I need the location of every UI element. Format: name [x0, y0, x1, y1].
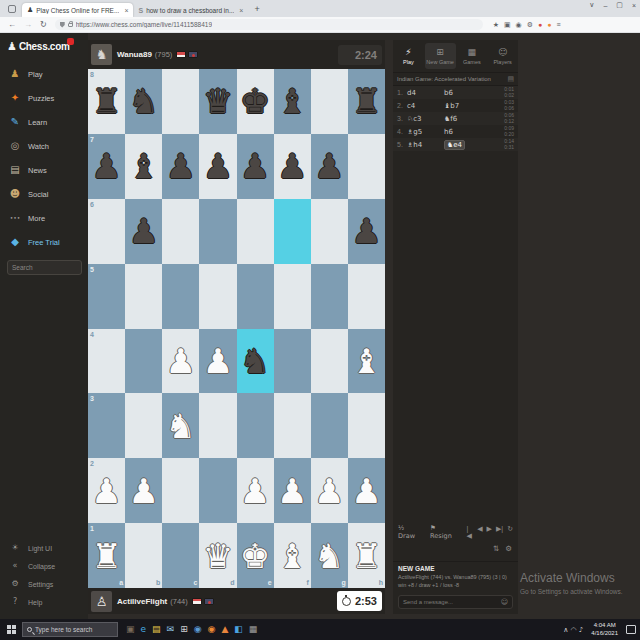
new-game-odds: win +8 / draw +1 / loss -8	[398, 582, 513, 588]
panel-tab-play[interactable]: ⚡Play	[393, 40, 424, 72]
square-b1[interactable]: b	[125, 523, 162, 588]
photos-icon[interactable]: ▣	[126, 625, 135, 634]
membership-flag-icon	[204, 598, 214, 605]
menu-icon[interactable]: ≡	[556, 21, 560, 28]
opponent-avatar[interactable]: ♞	[91, 44, 112, 65]
sidebar-item-label: Watch	[28, 142, 49, 151]
go-end-icon[interactable]: ▶|	[496, 525, 503, 540]
black-move[interactable]: ♞e4	[444, 140, 481, 150]
play-tab-icon: ⚡	[405, 48, 411, 57]
sidebar-footer-label: Settings	[28, 581, 53, 588]
address-bar[interactable]: https://www.chess.com/game/live/11411588…	[55, 19, 483, 30]
sync-icon[interactable]: ⚙	[527, 21, 533, 28]
square-g7[interactable]: ♟	[311, 134, 348, 199]
square-c1[interactable]: c	[162, 523, 199, 588]
chess-board[interactable]: 8♜♞♛♚♝♜7♟♝♟♟♟♟♟6♟♟54♟♟♞♝3♞2♟♟♟♟♟♟1a♜bcd♛…	[88, 69, 385, 588]
white-bishop-h4[interactable]: ♝	[351, 344, 381, 378]
tab-title: how to draw a chessboard in...	[146, 7, 234, 14]
chesscom-logo[interactable]: ♟ Chess.com	[0, 33, 88, 62]
country-flag-icon	[192, 598, 202, 605]
square-c3[interactable]: ♞	[162, 393, 199, 458]
square-g2[interactable]: ♟	[311, 458, 348, 523]
square-h7[interactable]	[348, 134, 385, 199]
move-times: 0:010:02	[504, 87, 514, 98]
go-forward-icon[interactable]: ▶	[487, 525, 492, 540]
square-e7[interactable]: ♟	[237, 134, 274, 199]
tab2-favicon: S	[138, 7, 143, 14]
sidebar-item-learn[interactable]: ✎Learn	[0, 110, 88, 134]
black-bishop-b7[interactable]: ♝	[128, 149, 158, 183]
square-f8[interactable]: ♝	[274, 69, 311, 134]
browser-tabstrip: ♟ Play Chess Online for FRE... × S how t…	[0, 0, 640, 17]
social-icon: ☻	[9, 189, 21, 199]
black-rook-a8[interactable]: ♜	[91, 84, 121, 118]
sidebar-item-play[interactable]: ♟Play	[0, 62, 88, 86]
black-rook-h8[interactable]: ♜	[351, 84, 381, 118]
white-pawn-g2[interactable]: ♟	[314, 474, 344, 508]
windows-logo-icon	[7, 625, 16, 634]
move-row: 2.c4♝b70:030:06	[393, 99, 518, 112]
lock-icon[interactable]	[68, 23, 73, 27]
square-d2[interactable]	[199, 458, 236, 523]
code-icon[interactable]: ◧	[234, 625, 243, 634]
draw-button[interactable]: ½ Draw	[398, 524, 423, 540]
system-tray: ∧ ◠ ♪ 4:04 AM 4/16/2021	[563, 622, 640, 636]
sidebar-item-news[interactable]: ▤News	[0, 158, 88, 182]
sidebar-item-more[interactable]: •••More	[0, 206, 88, 230]
go-start-icon[interactable]: |◀	[466, 525, 473, 540]
file-label: e	[268, 579, 272, 586]
black-move[interactable]: b6	[444, 89, 481, 97]
square-e5[interactable]	[237, 264, 274, 329]
sidebar-item-label: News	[28, 166, 47, 175]
notification-badge	[67, 38, 74, 45]
minimize-icon[interactable]: –	[603, 2, 607, 9]
square-g1[interactable]: g♞	[311, 523, 348, 588]
square-g8[interactable]	[311, 69, 348, 134]
panel-tab-label: Play	[403, 59, 414, 65]
white-move[interactable]: ♘c3	[407, 115, 444, 123]
search-icon	[27, 627, 32, 632]
puzzles-icon: ✦	[9, 93, 21, 103]
square-f4[interactable]	[274, 329, 311, 394]
action-center-icon[interactable]	[626, 625, 636, 634]
screen: ♟ Play Chess Online for FRE... × S how t…	[0, 0, 640, 640]
sidebar-item-label: Play	[28, 70, 43, 79]
play-icon: ♟	[9, 69, 21, 79]
rank-label: 1	[90, 525, 94, 532]
move-row: 1.d4b60:010:02	[393, 86, 518, 99]
new-tab-button[interactable]: +	[254, 4, 259, 14]
file-label: c	[193, 579, 197, 586]
square-f3[interactable]	[274, 393, 311, 458]
rank-label: 2	[90, 460, 94, 467]
sidebar-search-input[interactable]: Search	[7, 260, 82, 275]
maximize-icon[interactable]: ▢	[616, 1, 623, 9]
terminal-icon[interactable]: ▦	[249, 625, 258, 634]
tab-overview-icon[interactable]	[8, 5, 16, 13]
black-pawn-b6[interactable]: ♟	[128, 214, 158, 248]
square-g6[interactable]	[311, 199, 348, 264]
square-c2[interactable]	[162, 458, 199, 523]
black-knight-b8[interactable]: ♞	[128, 84, 158, 118]
white-knight-c3[interactable]: ♞	[166, 409, 196, 443]
settings-icon[interactable]: ⚙	[505, 544, 512, 553]
panel-tabs: ⚡Play⊞New Game▦Games☺Players	[393, 40, 518, 73]
rank-label: 6	[90, 201, 94, 208]
move-times: 0:140:31	[504, 139, 514, 150]
square-a3[interactable]: 3	[88, 393, 125, 458]
player-name[interactable]: ActiliveFlight	[117, 597, 167, 606]
taskbar-date: 4/16/2021	[591, 630, 618, 637]
game-controls: ½ Draw ⚑ Resign |◀◀▶▶|↻	[393, 524, 518, 540]
move-number: 5.	[397, 141, 407, 148]
square-h3[interactable]	[348, 393, 385, 458]
black-move[interactable]: ♞f6	[444, 115, 481, 123]
panel-tab-label: New Game	[426, 59, 454, 65]
square-b6[interactable]: ♟	[125, 199, 162, 264]
tab-title: Play Chess Online for FRE...	[36, 7, 119, 14]
rank-label: 3	[90, 395, 94, 402]
white-pawn-b2[interactable]: ♟	[128, 474, 158, 508]
opening-name: Indian Game: Accelerated Variation	[397, 76, 491, 82]
extension-orange-icon[interactable]: ●	[547, 21, 551, 28]
black-move[interactable]: h6	[444, 128, 481, 136]
square-d8[interactable]: ♛	[199, 69, 236, 134]
opponent-flags	[176, 51, 198, 58]
move-row: 3.♘c3♞f60:060:12	[393, 112, 518, 125]
square-a6[interactable]: 6	[88, 199, 125, 264]
panel-bottom: ½ Draw ⚑ Resign |◀◀▶▶|↻ ⇅ ⚙ NEW GAME Act…	[393, 524, 518, 614]
new-game-tab-icon: ⊞	[436, 48, 444, 57]
square-a4[interactable]: 4	[88, 329, 125, 394]
taskbar: Type here to search ▣e▤✉⊞◉◉▲◧▦ ∧ ◠ ♪ 4:0…	[0, 619, 640, 640]
players-tab-icon: ☺	[498, 48, 507, 57]
sidebar-item-label: Learn	[28, 118, 47, 127]
black-move[interactable]: ♝b7	[444, 102, 481, 110]
opponent-clock: 2:24	[338, 45, 382, 65]
panel-tab-players[interactable]: ☺Players	[487, 40, 518, 72]
white-pawn-a2[interactable]: ♟	[91, 474, 121, 508]
chat-input[interactable]: Send a message... ☺	[398, 595, 513, 609]
chess-favicon-pawn-icon: ♟	[27, 7, 33, 14]
sidebar-footer-collapse[interactable]: «Collapse	[0, 557, 88, 575]
forward-icon[interactable]: →	[24, 20, 32, 29]
rank-label: 4	[90, 331, 94, 338]
square-a7[interactable]: 7♟	[88, 134, 125, 199]
opponent-rating: (795)	[155, 50, 173, 59]
black-pawn-h6[interactable]: ♟	[351, 214, 381, 248]
player-clock-time: 2:53	[355, 595, 377, 607]
panel-tab-new-game[interactable]: ⊞New Game	[425, 43, 456, 69]
black-pawn-a7[interactable]: ♟	[91, 149, 121, 183]
sidebar-footer-settings[interactable]: ⚙Settings	[0, 575, 88, 593]
settings-icon: ⚙	[9, 580, 21, 588]
tab-close-icon[interactable]: ×	[239, 7, 243, 14]
black-pawn-c7[interactable]: ♟	[166, 149, 196, 183]
square-f1[interactable]: f♝	[274, 523, 311, 588]
black-pawn-g7[interactable]: ♟	[314, 149, 344, 183]
back-icon[interactable]: ←	[8, 20, 16, 29]
file-label: f	[306, 579, 308, 586]
square-c7[interactable]: ♟	[162, 134, 199, 199]
sidebar-footer-light-ui[interactable]: ☀Light UI	[0, 539, 88, 557]
black-queen-d8[interactable]: ♛	[203, 84, 233, 118]
reload-icon[interactable]: ↻	[40, 20, 47, 29]
white-pawn-d4[interactable]: ♟	[203, 344, 233, 378]
sidebar-nav: ♟Play✦Puzzles✎Learn◎Watch▤News☻Social•••…	[0, 62, 88, 254]
watermark-line1: Activate Windows	[520, 571, 636, 585]
square-e1[interactable]: e♚	[237, 523, 274, 588]
taskbar-app-icons: ▣e▤✉⊞◉◉▲◧▦	[126, 625, 257, 634]
sidebar-footer-help[interactable]: ?Help	[0, 593, 88, 611]
square-h8[interactable]: ♜	[348, 69, 385, 134]
black-bishop-f8[interactable]: ♝	[277, 84, 307, 118]
file-label: h	[379, 579, 383, 586]
square-c4[interactable]: ♟	[162, 329, 199, 394]
player-avatar[interactable]: ♙	[91, 591, 112, 612]
square-b4[interactable]	[125, 329, 162, 394]
taskbar-search-input[interactable]: Type here to search	[22, 622, 118, 637]
move-row: 4.♗g5h60:090:20	[393, 125, 518, 138]
learn-icon: ✎	[9, 117, 21, 127]
square-h2[interactable]: ♟	[348, 458, 385, 523]
move-row: 5.♗h4♞e40:140:31	[393, 138, 518, 151]
collapse-icon: «	[9, 562, 21, 570]
square-a2[interactable]: 2♟	[88, 458, 125, 523]
white-pawn-f2[interactable]: ♟	[277, 474, 307, 508]
file-label: g	[342, 579, 346, 586]
profile-icon[interactable]: ◉	[516, 21, 522, 28]
window-controls: ∨ – ▢ ×	[589, 1, 636, 9]
move-number: 3.	[397, 115, 407, 122]
new-game-summary: NEW GAME ActiliveFlight (744) vs. Wanua8…	[393, 561, 518, 591]
rematch-icon[interactable]: ↻	[507, 525, 513, 540]
white-queen-d1[interactable]: ♛	[203, 539, 233, 573]
file-label: d	[230, 579, 234, 586]
square-h5[interactable]	[348, 264, 385, 329]
sidebar-item-label: Puzzles	[28, 94, 54, 103]
chat-placeholder: Send a message...	[403, 599, 453, 605]
sidebar-footer-label: Collapse	[28, 563, 55, 570]
square-d7[interactable]: ♟	[199, 134, 236, 199]
panel-tab-games[interactable]: ▦Games	[457, 40, 488, 72]
mail-icon[interactable]: ✉	[167, 625, 175, 634]
square-e6[interactable]	[237, 199, 274, 264]
tab-search[interactable]: S how to draw a chessboard in... ×	[133, 3, 248, 17]
square-c6[interactable]	[162, 199, 199, 264]
square-d5[interactable]	[199, 264, 236, 329]
square-h4[interactable]: ♝	[348, 329, 385, 394]
opponent-clock-time: 2:24	[355, 49, 377, 61]
square-a1[interactable]: 1a♜	[88, 523, 125, 588]
square-g3[interactable]	[311, 393, 348, 458]
move-times: 0:030:06	[504, 100, 514, 111]
move-number: 2.	[397, 102, 407, 109]
sidebar-item-label: Social	[28, 190, 48, 199]
white-pawn-e2[interactable]: ♟	[240, 474, 270, 508]
black-pawn-f7[interactable]: ♟	[277, 149, 307, 183]
rank-label: 5	[90, 266, 94, 273]
go-back-icon[interactable]: ◀	[477, 525, 482, 540]
square-f7[interactable]: ♟	[274, 134, 311, 199]
player-clock: 2:53	[337, 591, 382, 611]
square-g4[interactable]	[311, 329, 348, 394]
bottom-player-bar: ♙ ActiliveFlight (744) 2:53	[88, 588, 385, 614]
rank-label: 7	[90, 136, 94, 143]
square-h1[interactable]: h♜	[348, 523, 385, 588]
move-number: 4.	[397, 128, 407, 135]
free-trial-icon: ◆	[9, 237, 21, 247]
square-f2[interactable]: ♟	[274, 458, 311, 523]
chrome-icon[interactable]: ◉	[194, 625, 202, 634]
sidebar-item-free-trial[interactable]: ◆Free Trial	[0, 230, 88, 254]
sidebar-footer-label: Help	[28, 599, 42, 606]
game-panel: ⚡Play⊞New Game▦Games☺Players Indian Game…	[393, 40, 518, 614]
black-knight-e4[interactable]: ♞	[240, 344, 270, 378]
tab-close-icon[interactable]: ×	[124, 7, 128, 14]
square-f5[interactable]	[274, 264, 311, 329]
activate-windows-watermark: Activate Windows Go to Settings to activ…	[520, 571, 636, 595]
extensions-icon[interactable]: ▣	[504, 21, 511, 28]
sidebar: ♟ Chess.com ♟Play✦Puzzles✎Learn◎Watch▤Ne…	[0, 33, 88, 619]
move-times: 0:060:12	[504, 113, 514, 124]
square-e4[interactable]: ♞	[237, 329, 274, 394]
shield-icon[interactable]	[60, 22, 65, 28]
new-game-heading: NEW GAME	[398, 565, 513, 572]
sidebar-item-social[interactable]: ☻Social	[0, 182, 88, 206]
white-move[interactable]: ♗g5	[407, 128, 444, 136]
vlc-icon[interactable]: ▲	[221, 625, 228, 634]
tray-icons[interactable]: ∧ ◠ ♪	[563, 626, 583, 634]
top-player-bar: ♞ Wanua89 (795) 2:24	[88, 40, 385, 69]
square-b2[interactable]: ♟	[125, 458, 162, 523]
square-d3[interactable]	[199, 393, 236, 458]
square-g5[interactable]	[311, 264, 348, 329]
square-c8[interactable]	[162, 69, 199, 134]
move-times: 0:090:20	[504, 126, 514, 137]
sidebar-item-label: More	[28, 214, 45, 223]
square-c5[interactable]	[162, 264, 199, 329]
square-e2[interactable]: ♟	[237, 458, 274, 523]
toolbar-icons: ★▣◉⚙●●≡	[493, 21, 561, 28]
move-nav-buttons: |◀◀▶▶|↻	[466, 525, 513, 540]
tab-menu-icon[interactable]: ∨	[589, 1, 594, 9]
rank-label: 8	[90, 71, 94, 78]
white-knight-g1[interactable]: ♞	[314, 539, 344, 573]
square-e3[interactable]	[237, 393, 274, 458]
country-flag-icon	[176, 51, 186, 58]
new-game-matchup: ActiliveFlight (744) vs. Wanua89 (795) (…	[398, 574, 513, 580]
square-f6[interactable]	[274, 199, 311, 264]
panel-subicons: ⇅ ⚙	[393, 540, 518, 561]
white-move[interactable]: c4	[407, 102, 444, 110]
black-king-e8[interactable]: ♚	[240, 84, 270, 118]
taskbar-search-placeholder: Type here to search	[35, 626, 92, 633]
white-move[interactable]: d4	[407, 89, 444, 97]
move-number: 1.	[397, 89, 407, 96]
news-icon: ▤	[9, 165, 21, 175]
logo-text: Chess.com	[19, 41, 70, 52]
flip-board-icon[interactable]: ⇅	[493, 544, 499, 553]
browser-toolbar: ← → ↻ https://www.chess.com/game/live/11…	[0, 17, 640, 33]
chesscom-page: ♟ Chess.com ♟Play✦Puzzles✎Learn◎Watch▤Ne…	[0, 33, 640, 619]
white-move[interactable]: ♗h4	[407, 141, 444, 149]
bookmark-icon[interactable]: ★	[493, 21, 499, 28]
games-tab-icon: ▦	[468, 48, 477, 57]
edge-icon[interactable]: e	[141, 625, 147, 634]
black-pawn-e7[interactable]: ♟	[240, 149, 270, 183]
resign-button[interactable]: ⚑ Resign	[430, 524, 459, 540]
help-icon: ?	[9, 598, 21, 606]
white-rook-h1[interactable]: ♜	[351, 539, 381, 573]
start-button[interactable]	[0, 619, 22, 640]
white-bishop-f1[interactable]: ♝	[277, 539, 307, 573]
file-label: b	[156, 579, 160, 586]
square-b8[interactable]: ♞	[125, 69, 162, 134]
more-icon: •••	[9, 215, 21, 221]
square-d1[interactable]: d♛	[199, 523, 236, 588]
square-b7[interactable]: ♝	[125, 134, 162, 199]
url-text: https://www.chess.com/game/live/11411588…	[76, 21, 212, 28]
square-b5[interactable]	[125, 264, 162, 329]
sidebar-item-label: Free Trial	[28, 238, 60, 247]
sidebar-item-watch[interactable]: ◎Watch	[0, 134, 88, 158]
sidebar-footer: ☀Light UI«Collapse⚙Settings?Help	[0, 539, 88, 619]
panel-tab-label: Players	[493, 59, 511, 65]
player-flags	[192, 598, 214, 605]
membership-flag-icon	[188, 51, 198, 58]
square-d6[interactable]	[199, 199, 236, 264]
square-e8[interactable]: ♚	[237, 69, 274, 134]
square-b3[interactable]	[125, 393, 162, 458]
stopwatch-icon	[342, 597, 351, 606]
move-list: 1.d4b60:010:022.c4♝b70:030:063.♘c3♞f60:0…	[393, 86, 518, 151]
close-icon[interactable]: ×	[632, 2, 636, 9]
taskbar-clock[interactable]: 4:04 AM 4/16/2021	[591, 622, 618, 636]
extension-red-icon[interactable]: ●	[538, 21, 542, 28]
firefox-icon[interactable]: ◉	[208, 625, 216, 634]
light-ui-icon: ☀	[9, 544, 21, 552]
white-pawn-h2[interactable]: ♟	[351, 474, 381, 508]
square-a8[interactable]: 8♜	[88, 69, 125, 134]
tab-chess[interactable]: ♟ Play Chess Online for FRE... ×	[22, 3, 133, 17]
black-pawn-d7[interactable]: ♟	[203, 149, 233, 183]
store-icon[interactable]: ⊞	[180, 625, 188, 634]
white-king-e1[interactable]: ♚	[240, 539, 270, 573]
opening-row[interactable]: Indian Game: Accelerated Variation ▤	[393, 73, 518, 86]
player-rating: (744)	[170, 597, 188, 606]
taskbar-time: 4:04 AM	[591, 622, 618, 629]
watermark-line2: Go to Settings to activate Windows.	[520, 588, 636, 595]
file-label: a	[119, 579, 123, 586]
white-pawn-c4[interactable]: ♟	[166, 344, 196, 378]
watch-icon: ◎	[9, 141, 21, 151]
sidebar-item-puzzles[interactable]: ✦Puzzles	[0, 86, 88, 110]
sidebar-footer-label: Light UI	[28, 545, 52, 552]
logo-pawn-icon: ♟	[7, 41, 17, 52]
white-rook-a1[interactable]: ♜	[91, 539, 121, 573]
square-a5[interactable]: 5	[88, 264, 125, 329]
square-d4[interactable]: ♟	[199, 329, 236, 394]
opponent-name[interactable]: Wanua89	[117, 50, 152, 59]
emoji-icon[interactable]: ☺	[501, 598, 508, 606]
square-h6[interactable]: ♟	[348, 199, 385, 264]
panel-tab-label: Games	[463, 59, 481, 65]
opening-book-icon[interactable]: ▤	[507, 75, 514, 83]
file-explorer-icon[interactable]: ▤	[152, 625, 161, 634]
